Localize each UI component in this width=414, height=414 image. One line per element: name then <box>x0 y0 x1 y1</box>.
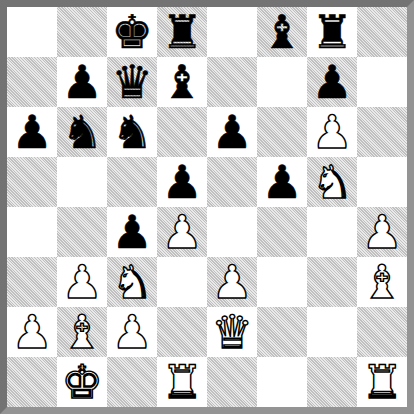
square-g2[interactable] <box>307 307 357 357</box>
square-a6[interactable]: ♟ <box>7 107 57 157</box>
square-a3[interactable] <box>7 257 57 307</box>
square-h4[interactable]: ♟ <box>357 207 407 257</box>
square-g1[interactable] <box>307 357 357 407</box>
square-c5[interactable] <box>107 157 157 207</box>
square-b8[interactable] <box>57 7 107 57</box>
square-h7[interactable] <box>357 57 407 107</box>
piece-black-rook: ♜ <box>311 7 352 57</box>
square-e4[interactable] <box>207 207 257 257</box>
piece-black-pawn: ♟ <box>311 57 352 107</box>
square-f3[interactable] <box>257 257 307 307</box>
square-d6[interactable] <box>157 107 207 157</box>
piece-white-pawn: ♟ <box>361 207 402 257</box>
square-a7[interactable] <box>7 57 57 107</box>
square-b1[interactable]: ♚ <box>57 357 107 407</box>
square-e2[interactable]: ♛ <box>207 307 257 357</box>
square-c3[interactable]: ♞ <box>107 257 157 307</box>
square-h1[interactable]: ♜ <box>357 357 407 407</box>
piece-black-pawn: ♟ <box>111 207 152 257</box>
square-f7[interactable] <box>257 57 307 107</box>
piece-white-knight: ♞ <box>111 257 152 307</box>
square-g3[interactable] <box>307 257 357 307</box>
piece-white-rook: ♜ <box>161 357 202 407</box>
square-g4[interactable] <box>307 207 357 257</box>
square-c7[interactable]: ♛ <box>107 57 157 107</box>
piece-white-pawn: ♟ <box>161 207 202 257</box>
square-e5[interactable] <box>207 157 257 207</box>
piece-white-pawn: ♟ <box>11 307 52 357</box>
square-a4[interactable] <box>7 207 57 257</box>
square-g6[interactable]: ♟ <box>307 107 357 157</box>
square-b2[interactable]: ♝ <box>57 307 107 357</box>
square-g8[interactable]: ♜ <box>307 7 357 57</box>
piece-black-pawn: ♟ <box>161 157 202 207</box>
piece-black-knight: ♞ <box>61 107 102 157</box>
square-b5[interactable] <box>57 157 107 207</box>
square-c6[interactable]: ♞ <box>107 107 157 157</box>
piece-black-knight: ♞ <box>111 107 152 157</box>
piece-black-queen: ♛ <box>111 57 152 107</box>
piece-white-pawn: ♟ <box>311 107 352 157</box>
piece-white-bishop: ♝ <box>61 307 102 357</box>
square-a5[interactable] <box>7 157 57 207</box>
square-e6[interactable]: ♟ <box>207 107 257 157</box>
square-a1[interactable] <box>7 357 57 407</box>
square-d3[interactable] <box>157 257 207 307</box>
square-e1[interactable] <box>207 357 257 407</box>
square-b4[interactable] <box>57 207 107 257</box>
square-b7[interactable]: ♟ <box>57 57 107 107</box>
piece-black-pawn: ♟ <box>11 107 52 157</box>
square-f1[interactable] <box>257 357 307 407</box>
piece-black-king: ♚ <box>111 7 152 57</box>
square-e7[interactable] <box>207 57 257 107</box>
chess-board: ♚♜♝♜♟♛♝♟♟♞♞♟♟♟♟♞♟♟♟♟♞♟♝♟♝♟♛♚♜♜ <box>7 7 407 407</box>
square-h5[interactable] <box>357 157 407 207</box>
square-a2[interactable]: ♟ <box>7 307 57 357</box>
square-a8[interactable] <box>7 7 57 57</box>
square-h6[interactable] <box>357 107 407 157</box>
piece-white-pawn: ♟ <box>111 307 152 357</box>
piece-black-pawn: ♟ <box>61 57 102 107</box>
square-f5[interactable]: ♟ <box>257 157 307 207</box>
square-g7[interactable]: ♟ <box>307 57 357 107</box>
piece-black-pawn: ♟ <box>261 157 302 207</box>
square-h3[interactable]: ♝ <box>357 257 407 307</box>
square-e8[interactable] <box>207 7 257 57</box>
square-c1[interactable] <box>107 357 157 407</box>
square-e3[interactable]: ♟ <box>207 257 257 307</box>
square-g5[interactable]: ♞ <box>307 157 357 207</box>
square-b3[interactable]: ♟ <box>57 257 107 307</box>
piece-white-king: ♚ <box>61 357 102 407</box>
square-h2[interactable] <box>357 307 407 357</box>
square-d2[interactable] <box>157 307 207 357</box>
square-c2[interactable]: ♟ <box>107 307 157 357</box>
square-c8[interactable]: ♚ <box>107 7 157 57</box>
square-f6[interactable] <box>257 107 307 157</box>
piece-black-rook: ♜ <box>161 7 202 57</box>
square-d7[interactable]: ♝ <box>157 57 207 107</box>
square-d1[interactable]: ♜ <box>157 357 207 407</box>
square-f2[interactable] <box>257 307 307 357</box>
piece-black-bishop: ♝ <box>261 7 302 57</box>
piece-black-pawn: ♟ <box>211 107 252 157</box>
square-c4[interactable]: ♟ <box>107 207 157 257</box>
square-b6[interactable]: ♞ <box>57 107 107 157</box>
square-d5[interactable]: ♟ <box>157 157 207 207</box>
square-f4[interactable] <box>257 207 307 257</box>
piece-white-pawn: ♟ <box>61 257 102 307</box>
piece-white-knight: ♞ <box>311 157 352 207</box>
board-frame: ♚♜♝♜♟♛♝♟♟♞♞♟♟♟♟♞♟♟♟♟♞♟♝♟♝♟♛♚♜♜ <box>0 0 414 414</box>
square-h8[interactable] <box>357 7 407 57</box>
piece-white-bishop: ♝ <box>361 257 402 307</box>
piece-white-queen: ♛ <box>211 307 252 357</box>
square-d4[interactable]: ♟ <box>157 207 207 257</box>
piece-white-pawn: ♟ <box>211 257 252 307</box>
square-d8[interactable]: ♜ <box>157 7 207 57</box>
piece-black-bishop: ♝ <box>161 57 202 107</box>
square-f8[interactable]: ♝ <box>257 7 307 57</box>
piece-white-rook: ♜ <box>361 357 402 407</box>
